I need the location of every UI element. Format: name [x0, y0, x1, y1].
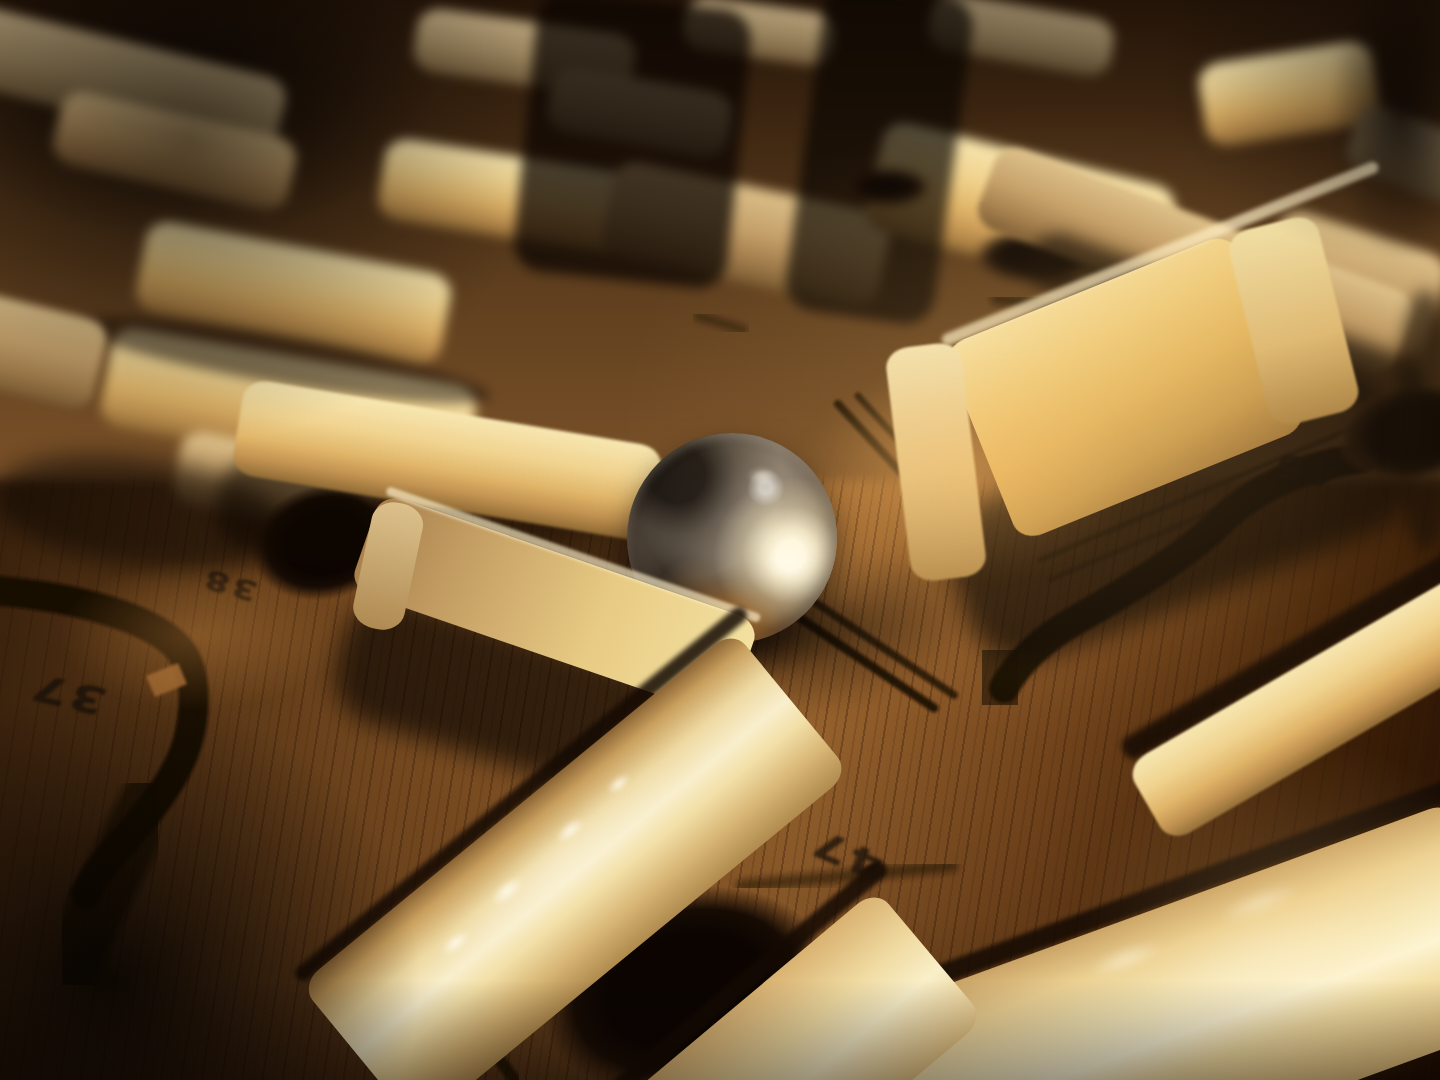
warm-light-glow-lane — [800, 360, 1140, 580]
labyrinth-photo-scene: 37 38 46 47 — [0, 0, 1440, 1080]
